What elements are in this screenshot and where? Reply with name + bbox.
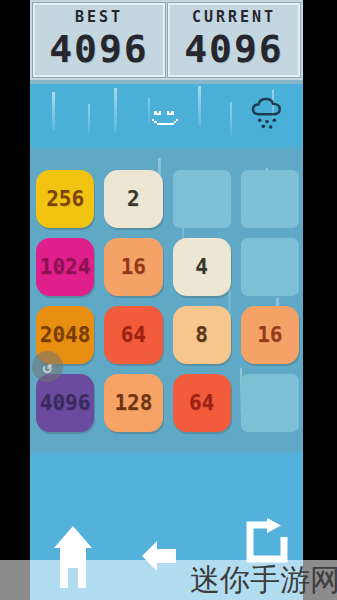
app-screen: BEST 4096 CURRENT 4096 [30, 0, 303, 600]
board-grid[interactable]: 25621024164204864816409612864 [30, 148, 303, 452]
tile-16: 16 [104, 238, 162, 296]
tile-1024: 1024 [36, 238, 94, 296]
tile-16: 16 [241, 306, 299, 364]
empty-cell [241, 374, 299, 432]
best-score-label: BEST [75, 8, 123, 26]
tile-2: 2 [104, 170, 162, 228]
smiley-face-icon [148, 106, 182, 136]
tile-4: 4 [173, 238, 231, 296]
watermark-band: 迷你手游网 [0, 560, 337, 600]
tile-128: 128 [104, 374, 162, 432]
empty-cell [173, 170, 231, 228]
tile-4096: 4096 [36, 374, 94, 432]
rain-cloud-icon [248, 96, 286, 134]
empty-cell [241, 238, 299, 296]
current-score-box: CURRENT 4096 [168, 3, 300, 77]
tile-256: 256 [36, 170, 94, 228]
restart-icon [250, 518, 284, 559]
current-score-value: 4096 [184, 26, 284, 72]
assistive-touch-bubble[interactable]: ↺ [32, 351, 63, 382]
best-score-value: 4096 [49, 26, 149, 72]
best-score-box: BEST 4096 [33, 3, 165, 77]
empty-cell [241, 170, 299, 228]
watermark-text: 迷你手游网 [190, 560, 337, 600]
tile-64: 64 [173, 374, 231, 432]
score-panel: BEST 4096 CURRENT 4096 [30, 0, 303, 84]
rotate-glyph-icon: ↺ [42, 357, 52, 377]
sky-strip [30, 84, 303, 148]
tile-8: 8 [173, 306, 231, 364]
tile-64: 64 [104, 306, 162, 364]
current-score-label: CURRENT [192, 8, 276, 26]
